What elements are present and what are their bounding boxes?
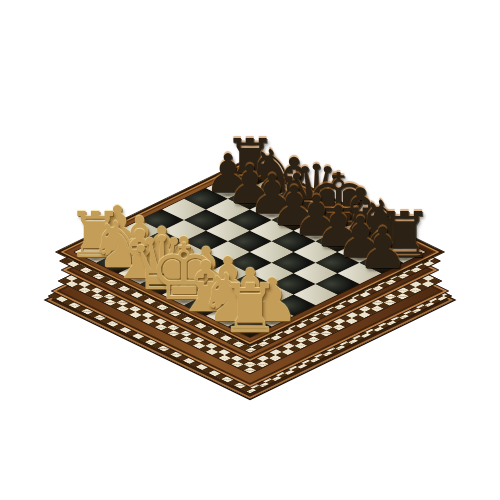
chess-set-photo: ♜♞♝♛♚♝♞♜♟♟♟♟♟♟♟♟♟♟♟♟♟♟♟♟♜♞♝♛♚♝♞♜ [0, 0, 500, 500]
piece-dark-pawn-h7: ♟ [357, 220, 408, 277]
piece-gold-rook-h1: ♜ [220, 275, 281, 343]
